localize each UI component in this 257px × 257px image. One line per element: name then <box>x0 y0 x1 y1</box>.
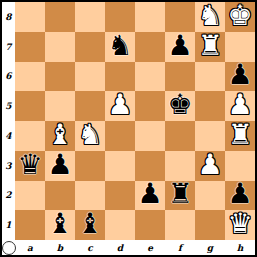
piece-black-knight: ♞ <box>107 32 132 60</box>
square-b6[interactable] <box>45 62 75 92</box>
chess-board: ♞♚♞♟♜♟♟♚♟♝♞♜♛♟♟♟♜♟♝♝♛ <box>15 2 255 240</box>
file-label-d: d <box>105 240 135 255</box>
square-f5[interactable]: ♚ <box>165 91 195 121</box>
square-e5[interactable] <box>135 91 165 121</box>
square-e1[interactable] <box>135 210 165 240</box>
piece-white-bishop: ♝ <box>47 121 72 149</box>
square-g4[interactable] <box>195 121 225 151</box>
square-d6[interactable] <box>105 62 135 92</box>
white-to-move-indicator <box>2 241 16 255</box>
square-h1[interactable]: ♛ <box>225 210 255 240</box>
square-f2[interactable]: ♜ <box>165 181 195 211</box>
square-g5[interactable] <box>195 91 225 121</box>
square-g2[interactable] <box>195 181 225 211</box>
square-b7[interactable] <box>45 32 75 62</box>
rank-label-8: 8 <box>2 2 15 32</box>
square-e3[interactable] <box>135 151 165 181</box>
square-g3[interactable]: ♟ <box>195 151 225 181</box>
square-d5[interactable]: ♟ <box>105 91 135 121</box>
square-a6[interactable] <box>15 62 45 92</box>
rank-label-2: 2 <box>2 181 15 211</box>
square-d8[interactable] <box>105 2 135 32</box>
square-e2[interactable]: ♟ <box>135 181 165 211</box>
square-a1[interactable] <box>15 210 45 240</box>
piece-white-pawn: ♟ <box>107 91 132 119</box>
square-a2[interactable] <box>15 181 45 211</box>
square-c3[interactable] <box>75 151 105 181</box>
piece-black-king: ♚ <box>167 91 192 119</box>
file-label-e: e <box>135 240 165 255</box>
square-d7[interactable]: ♞ <box>105 32 135 62</box>
square-a4[interactable] <box>15 121 45 151</box>
piece-white-knight: ♞ <box>197 2 222 30</box>
square-d3[interactable] <box>105 151 135 181</box>
rank-label-3: 3 <box>2 151 15 181</box>
square-c8[interactable] <box>75 2 105 32</box>
square-e8[interactable] <box>135 2 165 32</box>
square-b2[interactable] <box>45 181 75 211</box>
file-label-c: c <box>75 240 105 255</box>
square-g8[interactable]: ♞ <box>195 2 225 32</box>
square-h4[interactable]: ♜ <box>225 121 255 151</box>
square-a7[interactable] <box>15 32 45 62</box>
square-d2[interactable] <box>105 181 135 211</box>
square-h2[interactable]: ♟ <box>225 181 255 211</box>
square-f4[interactable] <box>165 121 195 151</box>
square-h3[interactable] <box>225 151 255 181</box>
piece-black-rook: ♜ <box>167 181 192 209</box>
piece-white-pawn: ♟ <box>197 151 222 179</box>
piece-black-pawn: ♟ <box>227 181 252 209</box>
file-label-f: f <box>165 240 195 255</box>
file-label-h: h <box>225 240 255 255</box>
rank-label-4: 4 <box>2 121 15 151</box>
square-a3[interactable]: ♛ <box>15 151 45 181</box>
piece-white-rook: ♜ <box>197 32 222 60</box>
piece-white-pawn: ♟ <box>227 91 252 119</box>
square-e6[interactable] <box>135 62 165 92</box>
piece-black-pawn: ♟ <box>167 32 192 60</box>
piece-white-knight: ♞ <box>77 121 102 149</box>
rank-label-5: 5 <box>2 91 15 121</box>
rank-label-1: 1 <box>2 210 15 240</box>
square-e7[interactable] <box>135 32 165 62</box>
piece-white-rook: ♜ <box>227 121 252 149</box>
rank-label-6: 6 <box>2 62 15 92</box>
square-c2[interactable] <box>75 181 105 211</box>
square-d1[interactable] <box>105 210 135 240</box>
square-g7[interactable]: ♜ <box>195 32 225 62</box>
square-f1[interactable] <box>165 210 195 240</box>
rank-label-7: 7 <box>2 32 15 62</box>
square-f3[interactable] <box>165 151 195 181</box>
square-g1[interactable] <box>195 210 225 240</box>
square-c5[interactable] <box>75 91 105 121</box>
piece-black-queen: ♛ <box>17 151 42 179</box>
square-d4[interactable] <box>105 121 135 151</box>
chess-diagram: 87654321 ♞♚♞♟♜♟♟♚♟♝♞♜♛♟♟♟♜♟♝♝♛ abcdefgh <box>0 0 257 257</box>
square-b4[interactable]: ♝ <box>45 121 75 151</box>
square-b8[interactable] <box>45 2 75 32</box>
piece-white-queen: ♛ <box>227 210 252 238</box>
square-b5[interactable] <box>45 91 75 121</box>
piece-white-king: ♚ <box>227 2 252 30</box>
square-b3[interactable]: ♟ <box>45 151 75 181</box>
square-g6[interactable] <box>195 62 225 92</box>
square-h6[interactable]: ♟ <box>225 62 255 92</box>
square-c7[interactable] <box>75 32 105 62</box>
square-f6[interactable] <box>165 62 195 92</box>
file-label-g: g <box>195 240 225 255</box>
file-label-a: a <box>15 240 45 255</box>
square-e4[interactable] <box>135 121 165 151</box>
square-c4[interactable]: ♞ <box>75 121 105 151</box>
square-b1[interactable]: ♝ <box>45 210 75 240</box>
square-a8[interactable] <box>15 2 45 32</box>
square-h8[interactable]: ♚ <box>225 2 255 32</box>
piece-black-pawn: ♟ <box>227 62 252 90</box>
square-a5[interactable] <box>15 91 45 121</box>
square-c6[interactable] <box>75 62 105 92</box>
square-f8[interactable] <box>165 2 195 32</box>
piece-black-pawn: ♟ <box>137 181 162 209</box>
rank-labels: 87654321 <box>2 2 15 240</box>
piece-black-pawn: ♟ <box>47 151 72 179</box>
square-f7[interactable]: ♟ <box>165 32 195 62</box>
square-h7[interactable] <box>225 32 255 62</box>
square-h5[interactable]: ♟ <box>225 91 255 121</box>
piece-black-bishop: ♝ <box>77 210 102 238</box>
piece-black-bishop: ♝ <box>47 210 72 238</box>
square-c1[interactable]: ♝ <box>75 210 105 240</box>
file-label-b: b <box>45 240 75 255</box>
file-labels: abcdefgh <box>15 240 255 255</box>
